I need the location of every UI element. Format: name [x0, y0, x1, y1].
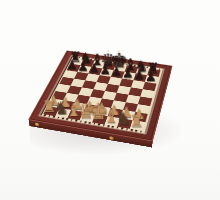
- black-pawn-a7[interactable]: ♟: [66, 59, 77, 71]
- black-pawn-c7[interactable]: ♟: [88, 62, 99, 74]
- brass-hinge-left: [35, 123, 39, 127]
- white-rook-h1[interactable]: ♜: [129, 113, 144, 129]
- black-pawn-d7[interactable]: ♟: [100, 64, 111, 77]
- black-pawn-g7[interactable]: ♟: [134, 69, 145, 82]
- black-pawn-h7[interactable]: ♟: [145, 70, 156, 83]
- black-pawn-e7[interactable]: ♟: [111, 65, 122, 78]
- square-h7[interactable]: ♟: [145, 75, 159, 84]
- black-pawn-b7[interactable]: ♟: [77, 60, 88, 72]
- brass-hinge-right: [109, 136, 113, 140]
- square-h1[interactable]: ♜: [130, 120, 145, 131]
- square-a4[interactable]: [56, 84, 71, 93]
- chess-set-photo: ♜♞♝♛♚♝♞♜♟♟♟♟♟♟♟♟♟♟♟♟♟♟♟♟♜♞♝♛♚♝♞♜: [0, 0, 220, 200]
- chess-board: ♜♞♝♛♚♝♞♜♟♟♟♟♟♟♟♟♟♟♟♟♟♟♟♟♜♞♝♛♚♝♞♜: [28, 51, 172, 142]
- black-pawn-f7[interactable]: ♟: [122, 67, 133, 80]
- playing-grid: ♜♞♝♛♚♝♞♜♟♟♟♟♟♟♟♟♟♟♟♟♟♟♟♟♜♞♝♛♚♝♞♜: [43, 58, 160, 131]
- square-h6[interactable]: [143, 82, 157, 91]
